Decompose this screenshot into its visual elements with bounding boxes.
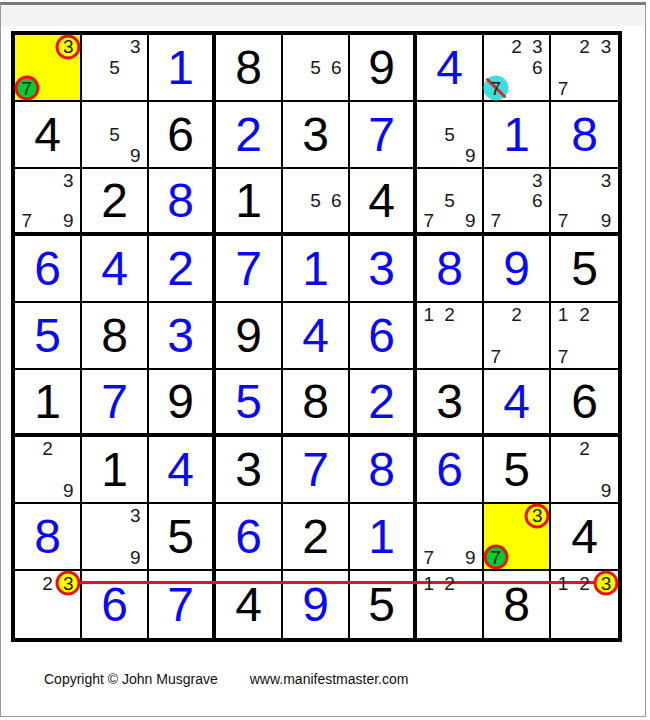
cell-r6c2[interactable]: 7 — [82, 370, 149, 437]
candidate-6: 6 — [525, 55, 550, 80]
solved-digit: 9 — [302, 581, 329, 629]
cell-r6c1[interactable]: 1 — [15, 370, 82, 437]
cell-r2c5[interactable]: 3 — [283, 102, 350, 169]
cell-r6c3[interactable]: 9 — [149, 370, 216, 437]
candidate-7-circled: 7 — [483, 76, 508, 101]
solved-digit: 5 — [235, 378, 262, 426]
candidate-7-circled: 7 — [14, 76, 39, 101]
given-digit: 6 — [571, 378, 598, 426]
cell-r7c1[interactable]: 29 — [15, 437, 82, 504]
cell-r5c9[interactable]: 127 — [551, 303, 618, 370]
cell-r5c6[interactable]: 6 — [350, 303, 417, 370]
cell-r2c6[interactable]: 7 — [350, 102, 417, 169]
candidate-3-circled: 3 — [593, 571, 618, 596]
candidate-2: 2 — [437, 571, 462, 596]
solved-digit: 5 — [34, 312, 61, 360]
cell-r5c2[interactable]: 8 — [82, 303, 149, 370]
candidate-3: 3 — [123, 503, 148, 528]
solved-digit: 1 — [503, 111, 530, 159]
candidate-2: 2 — [437, 302, 462, 327]
solved-digit: 9 — [503, 245, 530, 293]
given-digit: 5 — [503, 446, 530, 494]
cell-r1c6[interactable]: 9 — [350, 35, 417, 102]
cell-r6c6[interactable]: 2 — [350, 370, 417, 437]
cell-r8c6[interactable]: 1 — [350, 504, 417, 571]
candidate-5: 5 — [102, 55, 127, 80]
cell-r1c4[interactable]: 8 — [216, 35, 283, 102]
cell-r8c7[interactable]: 79 — [417, 504, 484, 571]
given-digit: 8 — [101, 312, 128, 360]
cell-r8c2[interactable]: 39 — [82, 504, 149, 571]
given-digit: 4 — [34, 111, 61, 159]
solved-digit: 8 — [167, 177, 194, 225]
solved-digit: 7 — [167, 581, 194, 629]
given-digit: 1 — [34, 378, 61, 426]
candidate-9: 9 — [123, 545, 148, 570]
given-digit: 9 — [235, 312, 262, 360]
given-digit: 8 — [235, 44, 262, 92]
cell-r2c8[interactable]: 1 — [484, 102, 551, 169]
solved-digit: 4 — [436, 44, 463, 92]
cell-r8c1[interactable]: 8 — [15, 504, 82, 571]
candidate-3: 3 — [593, 168, 618, 193]
solved-digit: 8 — [571, 111, 598, 159]
candidate-6: 6 — [525, 188, 550, 213]
cell-r1c8[interactable]: 2367 — [484, 35, 551, 102]
cell-r4c7[interactable]: 8 — [417, 236, 484, 303]
given-digit: 3 — [302, 111, 329, 159]
cell-r3c5[interactable]: 56 — [283, 169, 350, 236]
sudoku-board: 3735185694236723745962375918379281564579… — [11, 31, 622, 642]
given-digit: 2 — [101, 177, 128, 225]
cell-r4c6[interactable]: 3 — [350, 236, 417, 303]
chain-line — [71, 581, 608, 584]
solved-digit: 4 — [101, 245, 128, 293]
cell-r4c2[interactable]: 4 — [82, 236, 149, 303]
candidate-2: 2 — [504, 302, 529, 327]
cell-r2c2[interactable]: 59 — [82, 102, 149, 169]
cell-r2c1[interactable]: 4 — [15, 102, 82, 169]
copyright-text: Copyright © John Musgrave — [44, 671, 218, 687]
cell-r4c5[interactable]: 1 — [283, 236, 350, 303]
candidate-2: 2 — [35, 436, 60, 461]
candidate-7: 7 — [551, 208, 576, 233]
candidate-7-circled: 7 — [483, 545, 508, 570]
cell-r5c5[interactable]: 4 — [283, 303, 350, 370]
cell-r3c9[interactable]: 379 — [551, 169, 618, 236]
cell-r1c5[interactable]: 56 — [283, 35, 350, 102]
given-digit: 5 — [571, 245, 598, 293]
solved-digit: 7 — [302, 446, 329, 494]
cell-r3c3[interactable]: 8 — [149, 169, 216, 236]
cell-r4c1[interactable]: 6 — [15, 236, 82, 303]
cell-r1c3[interactable]: 1 — [149, 35, 216, 102]
cell-r4c3[interactable]: 2 — [149, 236, 216, 303]
candidate-6: 6 — [324, 55, 349, 80]
candidate-3-circled: 3 — [525, 503, 550, 528]
cell-r1c2[interactable]: 35 — [82, 35, 149, 102]
cell-r6c5[interactable]: 8 — [283, 370, 350, 437]
candidate-6: 6 — [324, 188, 349, 213]
cell-r7c3[interactable]: 4 — [149, 437, 216, 504]
candidate-3: 3 — [593, 34, 618, 59]
given-digit: 8 — [302, 378, 329, 426]
solved-digit: 8 — [368, 446, 395, 494]
solved-digit: 6 — [436, 446, 463, 494]
given-digit: 3 — [436, 378, 463, 426]
solved-digit: 8 — [436, 245, 463, 293]
cell-r6c7[interactable]: 3 — [417, 370, 484, 437]
candidate-9: 9 — [458, 143, 483, 168]
candidate-2: 2 — [572, 302, 597, 327]
candidate-9: 9 — [593, 478, 618, 503]
candidate-7: 7 — [551, 76, 576, 101]
solved-digit: 7 — [235, 245, 262, 293]
solved-digit: 4 — [167, 446, 194, 494]
solved-digit: 7 — [101, 378, 128, 426]
cell-r6c8[interactable]: 4 — [484, 370, 551, 437]
cell-r5c4[interactable]: 9 — [216, 303, 283, 370]
cell-r8c9[interactable]: 4 — [551, 504, 618, 571]
solved-digit: 1 — [302, 245, 329, 293]
cell-r5c7[interactable]: 12 — [417, 303, 484, 370]
candidate-3-circled: 3 — [56, 34, 81, 59]
cell-r1c7[interactable]: 4 — [417, 35, 484, 102]
candidate-7: 7 — [416, 545, 441, 570]
solved-digit: 1 — [167, 44, 194, 92]
given-digit: 5 — [167, 513, 194, 561]
candidate-2: 2 — [572, 436, 597, 461]
cell-r3c7[interactable]: 579 — [417, 169, 484, 236]
candidate-7: 7 — [483, 208, 508, 233]
solved-digit: 2 — [235, 111, 262, 159]
cell-r7c6[interactable]: 8 — [350, 437, 417, 504]
cell-r7c4[interactable]: 3 — [216, 437, 283, 504]
cell-r5c8[interactable]: 27 — [484, 303, 551, 370]
cell-r2c9[interactable]: 8 — [551, 102, 618, 169]
solved-digit: 6 — [235, 513, 262, 561]
cell-r7c7[interactable]: 6 — [417, 437, 484, 504]
cell-r9c9[interactable]: 123 — [551, 571, 618, 638]
given-digit: 4 — [571, 513, 598, 561]
solved-digit: 6 — [101, 581, 128, 629]
solved-digit: 3 — [167, 312, 194, 360]
cell-r4c8[interactable]: 9 — [484, 236, 551, 303]
candidate-9: 9 — [593, 208, 618, 233]
cell-r7c2[interactable]: 1 — [82, 437, 149, 504]
solved-digit: 6 — [368, 312, 395, 360]
cell-r8c4[interactable]: 6 — [216, 504, 283, 571]
given-digit: 9 — [167, 378, 194, 426]
given-digit: 3 — [235, 446, 262, 494]
cell-r5c3[interactable]: 3 — [149, 303, 216, 370]
solved-digit: 2 — [368, 378, 395, 426]
cell-r2c4[interactable]: 2 — [216, 102, 283, 169]
candidate-3-circled: 3 — [56, 571, 81, 596]
cell-r7c9[interactable]: 29 — [551, 437, 618, 504]
given-digit: 2 — [302, 513, 329, 561]
solved-digit: 8 — [34, 513, 61, 561]
cell-r2c3[interactable]: 6 — [149, 102, 216, 169]
footer: Copyright © John Musgrave www.manifestma… — [44, 671, 408, 687]
cell-r2c7[interactable]: 59 — [417, 102, 484, 169]
screen: 3735185694236723745962375918379281564579… — [0, 0, 650, 720]
top-scroll-strip — [1, 5, 645, 26]
cell-r5c1[interactable]: 5 — [15, 303, 82, 370]
given-digit: 6 — [167, 111, 194, 159]
candidate-9: 9 — [458, 545, 483, 570]
candidate-7: 7 — [14, 208, 39, 233]
cell-r8c3[interactable]: 5 — [149, 504, 216, 571]
solved-digit: 6 — [34, 245, 61, 293]
given-digit: 5 — [368, 581, 395, 629]
cell-r3c2[interactable]: 2 — [82, 169, 149, 236]
cell-r7c5[interactable]: 7 — [283, 437, 350, 504]
cell-r6c9[interactable]: 6 — [551, 370, 618, 437]
given-digit: 1 — [235, 177, 262, 225]
cell-r3c8[interactable]: 367 — [484, 169, 551, 236]
cell-r4c4[interactable]: 7 — [216, 236, 283, 303]
cell-r7c8[interactable]: 5 — [484, 437, 551, 504]
solved-digit: 2 — [167, 245, 194, 293]
candidate-7: 7 — [551, 344, 576, 369]
cell-r9c1[interactable]: 23 — [15, 571, 82, 638]
given-digit: 4 — [235, 581, 262, 629]
solved-digit: 7 — [368, 111, 395, 159]
given-digit: 1 — [101, 446, 128, 494]
cell-r8c8[interactable]: 37 — [484, 504, 551, 571]
candidate-7: 7 — [416, 208, 441, 233]
given-digit: 4 — [368, 177, 395, 225]
cell-r3c6[interactable]: 4 — [350, 169, 417, 236]
candidate-9: 9 — [123, 143, 148, 168]
candidate-7: 7 — [483, 344, 508, 369]
cell-r4c9[interactable]: 5 — [551, 236, 618, 303]
solved-digit: 1 — [368, 513, 395, 561]
given-digit: 9 — [368, 44, 395, 92]
cell-r1c1[interactable]: 37 — [15, 35, 82, 102]
solved-digit: 3 — [368, 245, 395, 293]
cell-r6c4[interactable]: 5 — [216, 370, 283, 437]
cell-r8c5[interactable]: 2 — [283, 504, 350, 571]
website-text: www.manifestmaster.com — [250, 671, 409, 687]
given-digit: 8 — [503, 581, 530, 629]
candidate-9: 9 — [56, 478, 81, 503]
cell-r3c1[interactable]: 379 — [15, 169, 82, 236]
solved-digit: 4 — [503, 378, 530, 426]
solved-digit: 4 — [302, 312, 329, 360]
candidate-3: 3 — [56, 168, 81, 193]
candidate-9: 9 — [458, 208, 483, 233]
cell-r1c9[interactable]: 237 — [551, 35, 618, 102]
candidate-9: 9 — [56, 208, 81, 233]
cell-r3c4[interactable]: 1 — [216, 169, 283, 236]
